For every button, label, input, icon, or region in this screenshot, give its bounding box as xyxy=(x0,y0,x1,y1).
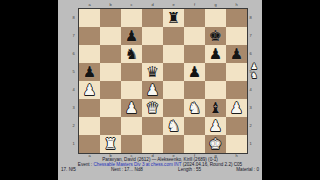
square-d2 xyxy=(142,117,163,135)
rank-label-5: 5 xyxy=(71,63,76,81)
square-c2 xyxy=(121,117,142,135)
black-pawn: ♟ xyxy=(125,29,138,44)
square-f1 xyxy=(184,135,205,153)
material-info: Material : 0 xyxy=(236,167,259,172)
material-white-pawn-icon: ♟ xyxy=(250,62,257,71)
rank-label-7: 7 xyxy=(248,27,253,45)
file-label-a: a xyxy=(79,2,100,7)
square-h6: ♟ xyxy=(226,45,247,63)
rank-label-6: 6 xyxy=(71,45,76,63)
square-b5 xyxy=(100,63,121,81)
square-e8: ♜ xyxy=(163,9,184,27)
square-a8 xyxy=(79,9,100,27)
square-d1 xyxy=(142,135,163,153)
right-black-bar xyxy=(262,0,320,180)
square-g3: ♝ xyxy=(205,99,226,117)
square-b3 xyxy=(100,99,121,117)
event-label: Event : xyxy=(78,162,94,167)
square-b7 xyxy=(100,27,121,45)
square-d4: ♟ xyxy=(142,81,163,99)
square-b6 xyxy=(100,45,121,63)
square-g1: ♚ xyxy=(205,135,226,153)
rank-label-6: 6 xyxy=(248,45,253,63)
next-move-info: Next : 17... Nd8 xyxy=(111,167,143,172)
square-g8 xyxy=(205,9,226,27)
square-e6 xyxy=(163,45,184,63)
square-f5: ♟ xyxy=(184,63,205,81)
rank-labels-left: 87654321 xyxy=(71,9,76,153)
thumbnail-stage: abcdefgh abcdefgh 87654321 87654321 ♜♟♚♞… xyxy=(0,0,320,180)
file-label-c: c xyxy=(121,2,142,7)
square-a2 xyxy=(79,117,100,135)
square-h3: ♟ xyxy=(226,99,247,117)
rank-label-8: 8 xyxy=(71,9,76,27)
rank-label-3: 3 xyxy=(71,99,76,117)
file-label-d: d xyxy=(142,2,163,7)
square-a6 xyxy=(79,45,100,63)
square-f2 xyxy=(184,117,205,135)
square-c8 xyxy=(121,9,142,27)
square-d6 xyxy=(142,45,163,63)
rank-label-4: 4 xyxy=(71,81,76,99)
square-f8 xyxy=(184,9,205,27)
square-b2 xyxy=(100,117,121,135)
square-h1 xyxy=(226,135,247,153)
rank-label-2: 2 xyxy=(248,117,253,135)
white-rook: ♜ xyxy=(104,137,117,152)
white-pawn: ♟ xyxy=(230,101,243,116)
rank-label-1: 1 xyxy=(248,135,253,153)
black-king: ♚ xyxy=(209,29,222,44)
move-info: 17. Nf5 xyxy=(61,167,76,172)
rank-label-7: 7 xyxy=(71,27,76,45)
square-g4 xyxy=(205,81,226,99)
square-g6: ♟ xyxy=(205,45,226,63)
black-knight: ♞ xyxy=(125,47,138,62)
file-label-h: h xyxy=(226,2,247,7)
square-f6 xyxy=(184,45,205,63)
square-c5 xyxy=(121,63,142,81)
diagram-frame: abcdefgh abcdefgh 87654321 87654321 ♜♟♚♞… xyxy=(58,0,262,180)
rank-label-2: 2 xyxy=(71,117,76,135)
square-d5: ♛ xyxy=(142,63,163,81)
square-a5: ♟ xyxy=(79,63,100,81)
rank-label-4: 4 xyxy=(248,81,253,99)
square-a3 xyxy=(79,99,100,117)
rank-labels-right: 87654321 xyxy=(248,9,253,153)
square-g2: ♟ xyxy=(205,117,226,135)
square-f7 xyxy=(184,27,205,45)
square-e4 xyxy=(163,81,184,99)
file-label-g: g xyxy=(205,2,226,7)
event-line: Event : Chessable Masters Div 3 at chess… xyxy=(58,162,262,167)
game-caption: Paravyan, David (2612) — Alekseenko, Kir… xyxy=(58,157,262,172)
rank-label-3: 3 xyxy=(248,99,253,117)
white-pawn: ♟ xyxy=(209,119,222,134)
white-knight: ♞ xyxy=(188,101,201,116)
square-e2: ♞ xyxy=(163,117,184,135)
square-e7 xyxy=(163,27,184,45)
black-rook: ♜ xyxy=(167,11,180,26)
square-g7: ♚ xyxy=(205,27,226,45)
square-f3: ♞ xyxy=(184,99,205,117)
black-pawn: ♟ xyxy=(230,47,243,62)
square-a4: ♟ xyxy=(79,81,100,99)
white-queen: ♛ xyxy=(146,101,159,116)
square-b1: ♜ xyxy=(100,135,121,153)
square-h7 xyxy=(226,27,247,45)
square-e5 xyxy=(163,63,184,81)
square-d3: ♛ xyxy=(142,99,163,117)
white-knight: ♞ xyxy=(167,119,180,134)
file-labels-top: abcdefgh xyxy=(79,2,247,7)
square-c7: ♟ xyxy=(121,27,142,45)
square-h8 xyxy=(226,9,247,27)
square-a7 xyxy=(79,27,100,45)
file-label-e: e xyxy=(163,2,184,7)
square-h5 xyxy=(226,63,247,81)
rank-label-8: 8 xyxy=(248,9,253,27)
square-a1 xyxy=(79,135,100,153)
file-label-f: f xyxy=(184,2,205,7)
white-king: ♚ xyxy=(209,137,222,152)
black-pawn: ♟ xyxy=(209,47,222,62)
square-c6: ♞ xyxy=(121,45,142,63)
square-h2 xyxy=(226,117,247,135)
square-b8 xyxy=(100,9,121,27)
black-pawn: ♟ xyxy=(83,65,96,80)
chess-board: ♜♟♚♞♟♟♟♛♟♟♟♟♛♞♝♟♞♟♜♚ xyxy=(78,8,248,154)
material-white-knight-icon: ♞ xyxy=(250,71,257,80)
square-f4 xyxy=(184,81,205,99)
square-c3: ♟ xyxy=(121,99,142,117)
white-pawn: ♟ xyxy=(146,83,159,98)
white-pawn: ♟ xyxy=(83,83,96,98)
left-black-bar xyxy=(0,0,58,180)
material-imbalance-indicator: ♟♞ xyxy=(248,62,260,80)
square-d8 xyxy=(142,9,163,27)
square-c1 xyxy=(121,135,142,153)
square-c4 xyxy=(121,81,142,99)
file-label-b: b xyxy=(100,2,121,7)
square-d7 xyxy=(142,27,163,45)
info-line: 17. Nf5 Next : 17... Nd8 Length : 55 Mat… xyxy=(58,167,262,172)
square-h4 xyxy=(226,81,247,99)
square-b4 xyxy=(100,81,121,99)
black-queen: ♛ xyxy=(146,65,159,80)
rank-label-1: 1 xyxy=(71,135,76,153)
square-e1 xyxy=(163,135,184,153)
black-bishop: ♝ xyxy=(209,101,222,116)
square-g5 xyxy=(205,63,226,81)
white-pawn: ♟ xyxy=(125,101,138,116)
square-e3 xyxy=(163,99,184,117)
black-pawn: ♟ xyxy=(188,65,201,80)
length-info: Length : 55 xyxy=(178,167,201,172)
